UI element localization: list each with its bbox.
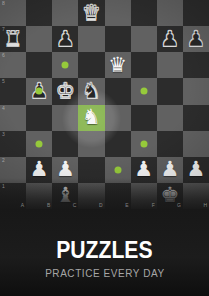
promo-title: PUZZLES — [56, 238, 152, 262]
square-e5[interactable] — [105, 78, 131, 104]
black-pawn[interactable]: ♟ — [56, 29, 75, 50]
square-b4[interactable] — [26, 105, 52, 131]
rank-label-7: 7 — [2, 27, 5, 32]
square-h3[interactable] — [183, 131, 209, 157]
square-c7[interactable]: ♟ — [52, 26, 78, 52]
square-f1[interactable]: F — [131, 183, 157, 209]
rank-label-6: 6 — [2, 53, 5, 58]
square-f5[interactable] — [131, 78, 157, 104]
square-h2[interactable]: ♟ — [183, 157, 209, 183]
file-label-h: H — [203, 203, 207, 208]
chess-app-screenshot: 8♛7♜♟♟♟6♛5♟♚♞4♞32♟♟♟♟♟1ABC♝DEFG♚H PUZZLE… — [0, 0, 209, 296]
file-label-e: E — [125, 203, 128, 208]
square-c6[interactable] — [52, 52, 78, 78]
square-c3[interactable] — [52, 131, 78, 157]
square-h7[interactable]: ♟ — [183, 26, 209, 52]
square-c5[interactable]: ♚ — [52, 78, 78, 104]
move-dot-f3[interactable] — [140, 140, 147, 147]
square-g6[interactable] — [157, 52, 183, 78]
black-queen[interactable]: ♛ — [82, 3, 101, 24]
rank-label-3: 3 — [2, 132, 5, 137]
square-e3[interactable] — [105, 131, 131, 157]
square-g5[interactable] — [157, 78, 183, 104]
black-knight[interactable]: ♞ — [82, 81, 101, 102]
move-dot-e2[interactable] — [114, 166, 121, 173]
square-c1[interactable]: C♝ — [52, 183, 78, 209]
move-dot-b5[interactable] — [36, 88, 43, 95]
square-g2[interactable]: ♟ — [157, 157, 183, 183]
square-b6[interactable] — [26, 52, 52, 78]
square-a1[interactable]: 1A — [0, 183, 26, 209]
square-h8[interactable] — [183, 0, 209, 26]
square-c2[interactable]: ♟ — [52, 157, 78, 183]
square-d1[interactable]: D — [78, 183, 104, 209]
black-king[interactable]: ♚ — [56, 81, 75, 102]
square-b1[interactable]: B — [26, 183, 52, 209]
square-g8[interactable] — [157, 0, 183, 26]
square-d4[interactable]: ♞ — [78, 105, 104, 131]
rank-label-5: 5 — [2, 79, 5, 84]
square-a2[interactable]: 2 — [0, 157, 26, 183]
square-c4[interactable] — [52, 105, 78, 131]
square-g3[interactable] — [157, 131, 183, 157]
square-a5[interactable]: 5 — [0, 78, 26, 104]
square-b2[interactable]: ♟ — [26, 157, 52, 183]
square-e8[interactable] — [105, 0, 131, 26]
square-b3[interactable] — [26, 131, 52, 157]
square-e6[interactable]: ♛ — [105, 52, 131, 78]
promo-subtitle: PRACTICE EVERY DAY — [45, 267, 164, 279]
white-queen[interactable]: ♛ — [108, 55, 127, 76]
square-e7[interactable] — [105, 26, 131, 52]
file-label-c: C — [73, 203, 77, 208]
square-e1[interactable]: E — [105, 183, 131, 209]
black-pawn[interactable]: ♟ — [187, 29, 206, 50]
rank-label-2: 2 — [2, 158, 5, 163]
white-pawn[interactable]: ♟ — [30, 159, 49, 180]
square-f3[interactable] — [131, 131, 157, 157]
square-d3[interactable] — [78, 131, 104, 157]
square-f4[interactable] — [131, 105, 157, 131]
black-rook[interactable]: ♜ — [4, 29, 23, 50]
square-f7[interactable] — [131, 26, 157, 52]
square-d6[interactable] — [78, 52, 104, 78]
square-g7[interactable]: ♟ — [157, 26, 183, 52]
square-b7[interactable] — [26, 26, 52, 52]
square-h4[interactable] — [183, 105, 209, 131]
square-b5[interactable]: ♟ — [26, 78, 52, 104]
file-label-b: B — [47, 203, 50, 208]
white-knight[interactable]: ♞ — [82, 107, 101, 128]
square-h6[interactable] — [183, 52, 209, 78]
file-label-a: A — [21, 203, 24, 208]
square-d8[interactable]: ♛ — [78, 0, 104, 26]
rank-label-1: 1 — [2, 184, 5, 189]
square-f8[interactable] — [131, 0, 157, 26]
square-a7[interactable]: 7♜ — [0, 26, 26, 52]
square-a6[interactable]: 6 — [0, 52, 26, 78]
square-g1[interactable]: G♚ — [157, 183, 183, 209]
square-f2[interactable]: ♟ — [131, 157, 157, 183]
white-pawn[interactable]: ♟ — [56, 159, 75, 180]
file-label-g: G — [177, 203, 181, 208]
rank-label-8: 8 — [2, 1, 5, 6]
promo-banner: PUZZLES PRACTICE EVERY DAY — [0, 209, 209, 296]
square-d5[interactable]: ♞ — [78, 78, 104, 104]
white-pawn[interactable]: ♟ — [160, 159, 179, 180]
square-h1[interactable]: H — [183, 183, 209, 209]
white-pawn[interactable]: ♟ — [187, 159, 206, 180]
file-label-d: D — [99, 203, 103, 208]
square-d2[interactable] — [78, 157, 104, 183]
square-h5[interactable] — [183, 78, 209, 104]
square-e2[interactable] — [105, 157, 131, 183]
rank-label-4: 4 — [2, 106, 5, 111]
square-f6[interactable] — [131, 52, 157, 78]
move-dot-c6[interactable] — [62, 62, 69, 69]
square-c8[interactable] — [52, 0, 78, 26]
square-e4[interactable] — [105, 105, 131, 131]
square-b8[interactable] — [26, 0, 52, 26]
square-g4[interactable] — [157, 105, 183, 131]
square-a8[interactable]: 8 — [0, 0, 26, 26]
square-a3[interactable]: 3 — [0, 131, 26, 157]
black-pawn[interactable]: ♟ — [160, 29, 179, 50]
square-a4[interactable]: 4 — [0, 105, 26, 131]
file-label-f: F — [152, 203, 155, 208]
move-dot-b3[interactable] — [36, 140, 43, 147]
chess-board[interactable]: 8♛7♜♟♟♟6♛5♟♚♞4♞32♟♟♟♟♟1ABC♝DEFG♚H — [0, 0, 209, 209]
move-dot-f5[interactable] — [140, 88, 147, 95]
square-d7[interactable] — [78, 26, 104, 52]
white-pawn[interactable]: ♟ — [134, 159, 153, 180]
